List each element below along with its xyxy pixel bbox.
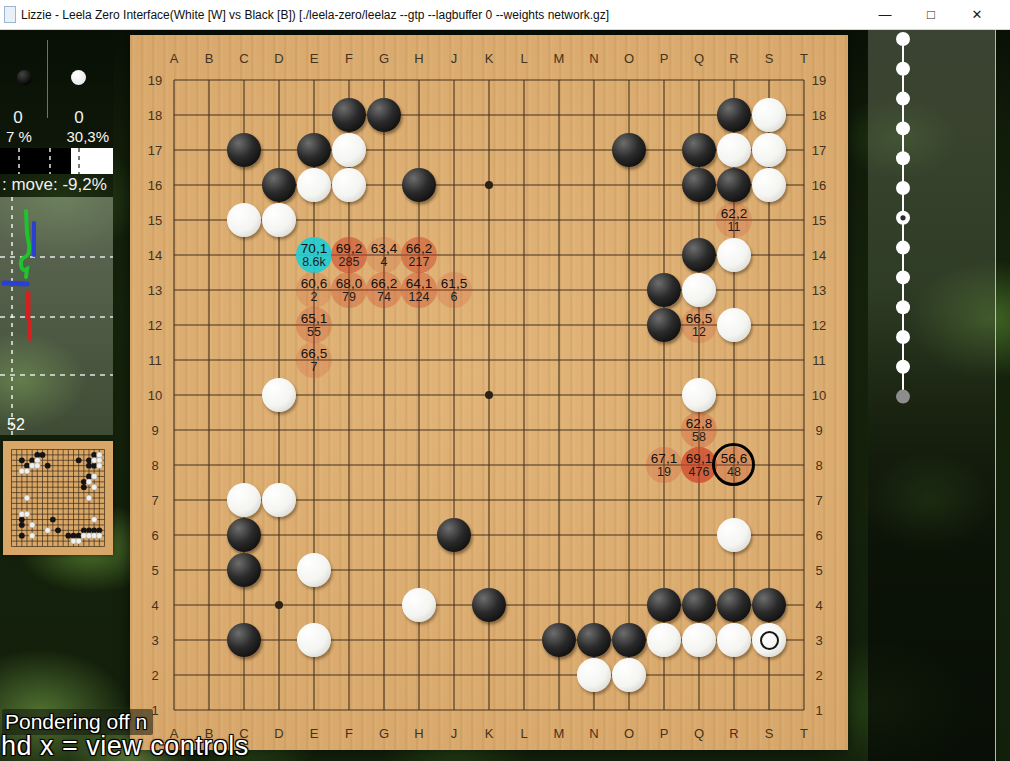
candidate-visits: 19 xyxy=(657,466,671,479)
col-label-top: B xyxy=(205,51,214,66)
stone-white-Q10 xyxy=(682,378,716,412)
row-label-right: 13 xyxy=(812,283,826,298)
white-winrate-label: 30,3% xyxy=(66,128,109,145)
candidate-visits: 12 xyxy=(692,326,706,339)
col-label-top: O xyxy=(624,51,634,66)
col-label-top: N xyxy=(589,51,598,66)
winrate-bar-tick xyxy=(18,148,20,174)
candidate-winrate: 66,2 xyxy=(406,242,432,256)
row-label-right: 11 xyxy=(812,353,826,368)
stone-white-R14 xyxy=(717,238,751,272)
col-label-bottom: E xyxy=(310,726,319,741)
col-label-top: A xyxy=(170,51,179,66)
stone-white-D15 xyxy=(262,203,296,237)
stone-white-Q13 xyxy=(682,273,716,307)
stone-black-P12 xyxy=(647,308,681,342)
tree-canvas xyxy=(868,30,995,761)
tree-node[interactable] xyxy=(896,241,910,255)
tree-node[interactable] xyxy=(896,62,910,76)
col-label-top: L xyxy=(520,51,527,66)
row-label-left: 6 xyxy=(151,528,158,543)
star-point xyxy=(275,601,283,609)
stone-black-J6 xyxy=(437,518,471,552)
stone-white-F16 xyxy=(332,168,366,202)
col-label-bottom: P xyxy=(660,726,669,741)
tree-node[interactable] xyxy=(896,151,910,165)
row-label-left: 14 xyxy=(148,248,162,263)
row-label-right: 17 xyxy=(812,143,826,158)
row-label-left: 19 xyxy=(148,73,162,88)
stone-black-M3 xyxy=(542,623,576,657)
candidate-winrate: 69,1 xyxy=(686,452,712,466)
col-label-top: E xyxy=(310,51,319,66)
row-label-left: 15 xyxy=(148,213,162,228)
stone-black-C6 xyxy=(227,518,261,552)
candidate-visits: 8.6k xyxy=(302,256,326,269)
candidate-E14[interactable]: 70,18.6k xyxy=(296,237,332,273)
winrate-bar xyxy=(0,148,113,174)
stone-white-C7 xyxy=(227,483,261,517)
row-label-right: 19 xyxy=(812,73,826,88)
row-label-right: 4 xyxy=(815,598,822,613)
stone-black-G18 xyxy=(367,98,401,132)
row-label-left: 18 xyxy=(148,108,162,123)
candidate-visits: 58 xyxy=(692,431,706,444)
candidate-G14[interactable]: 63,44 xyxy=(366,237,402,273)
go-board[interactable]: AABBCCDDEEFFGGHHJJKKLLMMNNOOPPQQRRSSTT19… xyxy=(130,35,848,750)
candidate-winrate: 70,1 xyxy=(301,242,327,256)
variation-tree-panel[interactable] xyxy=(868,30,995,761)
candidate-visits: 124 xyxy=(409,291,430,304)
candidate-winrate: 60,6 xyxy=(301,277,327,291)
stone-white-E16 xyxy=(297,168,331,202)
star-point xyxy=(485,181,493,189)
candidate-visits: 285 xyxy=(339,256,360,269)
row-label-right: 1 xyxy=(815,703,822,718)
circled-candidate-marker xyxy=(712,443,755,486)
col-label-bottom: K xyxy=(485,726,494,741)
candidate-winrate: 66,5 xyxy=(301,347,327,361)
row-label-left: 17 xyxy=(148,143,162,158)
white-stone-icon xyxy=(71,70,86,85)
col-label-bottom: L xyxy=(520,726,527,741)
controls-hint: hd x = view controls xyxy=(1,731,249,761)
winrate-graph-canvas xyxy=(0,197,113,435)
capture-count-panel: 0 0 xyxy=(0,30,113,125)
candidate-G13[interactable]: 66,274 xyxy=(366,272,402,308)
col-label-top: F xyxy=(345,51,353,66)
row-label-left: 10 xyxy=(148,388,162,403)
stone-white-R17 xyxy=(717,133,751,167)
thumbnail-board[interactable] xyxy=(3,441,113,555)
col-label-bottom: G xyxy=(379,726,389,741)
col-label-top: G xyxy=(379,51,389,66)
tree-node[interactable] xyxy=(896,32,910,46)
row-label-left: 8 xyxy=(151,458,158,473)
row-label-left: 13 xyxy=(148,283,162,298)
row-label-right: 3 xyxy=(815,633,822,648)
tree-node[interactable] xyxy=(896,390,910,404)
tree-node[interactable] xyxy=(896,92,910,106)
stone-white-R12 xyxy=(717,308,751,342)
candidate-visits: 217 xyxy=(409,256,430,269)
graph-move-number: 52 xyxy=(7,416,25,434)
candidate-winrate: 66,2 xyxy=(371,277,397,291)
row-label-left: 16 xyxy=(148,178,162,193)
close-button[interactable]: ✕ xyxy=(954,0,1000,30)
candidate-H13[interactable]: 64,1124 xyxy=(401,272,437,308)
stone-white-S16 xyxy=(752,168,786,202)
col-label-top: Q xyxy=(694,51,704,66)
stone-black-D16 xyxy=(262,168,296,202)
row-label-right: 6 xyxy=(815,528,822,543)
candidate-visits: 7 xyxy=(311,361,318,374)
candidate-winrate: 66,5 xyxy=(686,312,712,326)
minimize-button[interactable]: — xyxy=(862,0,908,30)
stone-black-R18 xyxy=(717,98,751,132)
graph-blue-mark xyxy=(4,283,27,284)
candidate-winrate: 67,1 xyxy=(651,452,677,466)
stone-white-R6 xyxy=(717,518,751,552)
stone-black-O17 xyxy=(612,133,646,167)
row-label-right: 16 xyxy=(812,178,826,193)
candidate-winrate: 68,0 xyxy=(336,277,362,291)
col-label-top: K xyxy=(485,51,494,66)
stone-black-C3 xyxy=(227,623,261,657)
black-winrate-label: 7 % xyxy=(6,128,32,145)
window-controls: — □ ✕ xyxy=(862,0,1000,30)
thumbnail-grid xyxy=(3,441,113,555)
stone-white-O2 xyxy=(612,658,646,692)
candidate-visits: 6 xyxy=(451,291,458,304)
tree-node[interactable] xyxy=(896,270,910,284)
col-label-top: J xyxy=(451,51,458,66)
col-label-top: C xyxy=(239,51,248,66)
row-label-left: 3 xyxy=(151,633,158,648)
candidate-winrate: 62,2 xyxy=(721,207,747,221)
winrate-bar-tick xyxy=(78,148,80,174)
col-label-bottom: T xyxy=(800,726,808,741)
row-label-left: 5 xyxy=(151,563,158,578)
stone-white-D7 xyxy=(262,483,296,517)
stone-white-D10 xyxy=(262,378,296,412)
app-icon xyxy=(4,6,16,23)
stone-black-H16 xyxy=(402,168,436,202)
stone-black-Q4 xyxy=(682,588,716,622)
candidate-E12[interactable]: 65,155 xyxy=(296,307,332,343)
row-label-left: 12 xyxy=(148,318,162,333)
candidate-visits: 11 xyxy=(728,221,741,234)
col-label-bottom: J xyxy=(451,726,458,741)
candidate-E11[interactable]: 66,57 xyxy=(296,342,332,378)
stone-black-E17 xyxy=(297,133,331,167)
stone-black-Q14 xyxy=(682,238,716,272)
col-label-bottom: S xyxy=(765,726,774,741)
candidate-winrate: 64,1 xyxy=(406,277,432,291)
row-label-right: 5 xyxy=(815,563,822,578)
stone-black-N3 xyxy=(577,623,611,657)
col-label-top: M xyxy=(554,51,565,66)
candidate-Q9[interactable]: 62,858 xyxy=(681,412,717,448)
row-label-left: 4 xyxy=(151,598,158,613)
title-bar: Lizzie - Leela Zero Interface(White [W] … xyxy=(0,0,1010,30)
col-label-bottom: Q xyxy=(694,726,704,741)
stone-black-P13 xyxy=(647,273,681,307)
tree-node[interactable] xyxy=(896,181,910,195)
lizzie-window: { "window": { "title": "Lizzie - Leela Z… xyxy=(0,0,1010,761)
row-label-right: 9 xyxy=(815,423,822,438)
col-label-bottom: F xyxy=(345,726,353,741)
tree-node[interactable] xyxy=(896,330,910,344)
candidate-Q12[interactable]: 66,512 xyxy=(681,307,717,343)
row-label-right: 14 xyxy=(812,248,826,263)
col-label-bottom: H xyxy=(414,726,423,741)
col-label-top: P xyxy=(660,51,669,66)
row-label-right: 15 xyxy=(812,213,826,228)
stone-black-P4 xyxy=(647,588,681,622)
candidate-winrate: 61,5 xyxy=(441,277,467,291)
star-point xyxy=(485,391,493,399)
row-label-left: 7 xyxy=(151,493,158,508)
row-label-right: 18 xyxy=(812,108,826,123)
graph-winrate-curve xyxy=(21,211,29,277)
window-title: Lizzie - Leela Zero Interface(White [W] … xyxy=(21,8,609,22)
candidate-F14[interactable]: 69,2285 xyxy=(331,237,367,273)
stone-white-F17 xyxy=(332,133,366,167)
col-label-top: R xyxy=(729,51,738,66)
stone-white-P3 xyxy=(647,623,681,657)
tree-node[interactable] xyxy=(896,121,910,135)
stone-white-S18 xyxy=(752,98,786,132)
candidate-E13[interactable]: 60,62 xyxy=(296,272,332,308)
col-label-top: T xyxy=(800,51,808,66)
candidate-visits: 55 xyxy=(307,326,321,339)
candidate-winrate: 62,8 xyxy=(686,417,712,431)
stone-black-R4 xyxy=(717,588,751,622)
move-delta-label: : move: -9,2% xyxy=(2,175,107,195)
candidate-visits: 4 xyxy=(381,256,388,269)
row-label-right: 2 xyxy=(815,668,822,683)
right-panel-edge xyxy=(995,30,996,761)
col-label-bottom: D xyxy=(274,726,283,741)
col-label-top: H xyxy=(414,51,423,66)
stone-black-C5 xyxy=(227,553,261,587)
black-stone-icon xyxy=(17,70,32,85)
stone-white-Q3 xyxy=(682,623,716,657)
stone-white-H4 xyxy=(402,588,436,622)
candidate-visits: 2 xyxy=(311,291,318,304)
last-move-marker xyxy=(760,631,779,650)
candidate-winrate: 65,1 xyxy=(301,312,327,326)
row-label-left: 9 xyxy=(151,423,158,438)
tree-node[interactable] xyxy=(896,300,910,314)
row-label-right: 7 xyxy=(815,493,822,508)
row-label-right: 12 xyxy=(812,318,826,333)
winrate-graph[interactable]: 52 xyxy=(0,197,113,435)
winrate-panel: 7 % 30,3% : move: -9,2% xyxy=(0,125,113,197)
candidate-P8[interactable]: 67,119 xyxy=(646,447,682,483)
col-label-bottom: R xyxy=(729,726,738,741)
stone-black-S4 xyxy=(752,588,786,622)
maximize-button[interactable]: □ xyxy=(908,0,954,30)
stone-white-E3 xyxy=(297,623,331,657)
candidate-winrate: 63,4 xyxy=(371,242,397,256)
stone-white-E5 xyxy=(297,553,331,587)
candidate-visits: 74 xyxy=(377,291,391,304)
stone-white-R3 xyxy=(717,623,751,657)
candidate-J13[interactable]: 61,56 xyxy=(436,272,472,308)
col-label-top: D xyxy=(274,51,283,66)
col-label-bottom: O xyxy=(624,726,634,741)
stone-white-C15 xyxy=(227,203,261,237)
stone-black-F18 xyxy=(332,98,366,132)
candidate-winrate: 69,2 xyxy=(336,242,362,256)
row-label-right: 8 xyxy=(815,458,822,473)
tree-current-node-dot xyxy=(900,215,905,220)
row-label-right: 10 xyxy=(812,388,826,403)
stone-black-K4 xyxy=(472,588,506,622)
winrate-bar-tick xyxy=(49,148,51,174)
row-label-left: 2 xyxy=(151,668,158,683)
candidate-visits: 79 xyxy=(342,291,356,304)
candidate-R15[interactable]: 62,211 xyxy=(716,202,752,238)
stone-black-R16 xyxy=(717,168,751,202)
capture-panel-divider xyxy=(47,40,48,118)
candidate-visits: 476 xyxy=(689,466,710,479)
col-label-top: S xyxy=(765,51,774,66)
stone-black-Q16 xyxy=(682,168,716,202)
col-label-bottom: N xyxy=(589,726,598,741)
candidate-H14[interactable]: 66,2217 xyxy=(401,237,437,273)
tree-node[interactable] xyxy=(896,360,910,374)
candidate-F13[interactable]: 68,079 xyxy=(331,272,367,308)
col-label-bottom: M xyxy=(554,726,565,741)
row-label-left: 11 xyxy=(148,353,162,368)
stone-black-O3 xyxy=(612,623,646,657)
stone-black-C17 xyxy=(227,133,261,167)
stone-white-N2 xyxy=(577,658,611,692)
stone-white-S17 xyxy=(752,133,786,167)
stone-black-Q17 xyxy=(682,133,716,167)
